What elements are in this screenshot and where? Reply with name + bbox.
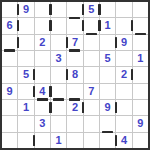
cell-r4c2[interactable] [18, 51, 33, 66]
cell-r7c3[interactable] [35, 100, 50, 115]
cell-r5c5[interactable]: 8 [67, 67, 82, 82]
cell-r7c6[interactable] [84, 100, 99, 115]
cell-r5c9[interactable] [133, 67, 148, 82]
cell-r6c7[interactable] [100, 84, 115, 99]
cell-r8c4[interactable] [51, 116, 66, 131]
sudoku-board: 95612793515829471293914 [0, 0, 150, 150]
cell-r1c4[interactable] [51, 2, 66, 17]
cell-r4c1[interactable] [2, 51, 17, 66]
cell-r4c6[interactable] [84, 51, 99, 66]
cell-r4c5[interactable] [67, 51, 82, 66]
cell-r5c2[interactable]: 5 [18, 67, 33, 82]
cell-r2c1[interactable]: 6 [2, 18, 17, 33]
cell-r6c5[interactable] [67, 84, 82, 99]
cell-r3c1[interactable] [2, 35, 17, 50]
cell-r8c9[interactable]: 9 [133, 116, 148, 131]
cell-r4c8[interactable] [116, 51, 131, 66]
cell-r6c4[interactable] [51, 84, 66, 99]
cell-r6c6[interactable]: 7 [84, 84, 99, 99]
cell-r5c8[interactable]: 2 [116, 67, 131, 82]
cell-r5c7[interactable] [100, 67, 115, 82]
cell-r4c9[interactable]: 1 [133, 51, 148, 66]
cell-r1c6[interactable]: 5 [84, 2, 99, 17]
cell-r9c4[interactable]: 1 [51, 133, 66, 148]
cell-r2c4[interactable] [51, 18, 66, 33]
cell-r7c9[interactable] [133, 100, 148, 115]
cell-r9c5[interactable] [67, 133, 82, 148]
cell-r9c3[interactable] [35, 133, 50, 148]
cell-r3c3[interactable]: 2 [35, 35, 50, 50]
cell-r8c8[interactable] [116, 116, 131, 131]
cell-r2c3[interactable] [35, 18, 50, 33]
cell-r1c1[interactable] [2, 2, 17, 17]
cell-r9c2[interactable] [18, 133, 33, 148]
cell-r1c2[interactable]: 9 [18, 2, 33, 17]
cell-r8c1[interactable] [2, 116, 17, 131]
cell-r9c8[interactable]: 4 [116, 133, 131, 148]
cell-r5c1[interactable] [2, 67, 17, 82]
cell-r2c8[interactable] [116, 18, 131, 33]
cell-r3c9[interactable] [133, 35, 148, 50]
cell-r3c4[interactable] [51, 35, 66, 50]
cell-r1c5[interactable] [67, 2, 82, 17]
cell-r2c5[interactable] [67, 18, 82, 33]
cell-r1c8[interactable] [116, 2, 131, 17]
cell-r7c2[interactable]: 1 [18, 100, 33, 115]
cell-r8c2[interactable] [18, 116, 33, 131]
cell-r4c4[interactable]: 3 [51, 51, 66, 66]
cell-r7c4[interactable] [51, 100, 66, 115]
cell-r3c6[interactable] [84, 35, 99, 50]
cell-r5c6[interactable] [84, 67, 99, 82]
cell-r6c1[interactable]: 9 [2, 84, 17, 99]
cell-r4c7[interactable]: 5 [100, 51, 115, 66]
cell-r1c9[interactable] [133, 2, 148, 17]
cell-r8c7[interactable] [100, 116, 115, 131]
cell-r3c2[interactable] [18, 35, 33, 50]
cell-r5c4[interactable] [51, 67, 66, 82]
cell-r9c7[interactable] [100, 133, 115, 148]
cell-r8c5[interactable] [67, 116, 82, 131]
cell-r8c3[interactable]: 3 [35, 116, 50, 131]
cell-r9c6[interactable] [84, 133, 99, 148]
cell-r3c8[interactable]: 9 [116, 35, 131, 50]
cell-r1c3[interactable] [35, 2, 50, 17]
cell-r5c3[interactable] [35, 67, 50, 82]
cell-r7c8[interactable] [116, 100, 131, 115]
cell-r2c6[interactable] [84, 18, 99, 33]
cell-r1c7[interactable] [100, 2, 115, 17]
cell-r6c2[interactable] [18, 84, 33, 99]
cell-r6c3[interactable]: 4 [35, 84, 50, 99]
cell-r9c1[interactable] [2, 133, 17, 148]
cell-r7c1[interactable] [2, 100, 17, 115]
cell-r7c5[interactable]: 2 [67, 100, 82, 115]
cell-r2c9[interactable] [133, 18, 148, 33]
cell-r4c3[interactable] [35, 51, 50, 66]
cell-r8c6[interactable] [84, 116, 99, 131]
cell-r7c7[interactable]: 9 [100, 100, 115, 115]
cell-r2c7[interactable]: 1 [100, 18, 115, 33]
cell-r2c2[interactable] [18, 18, 33, 33]
cell-r3c5[interactable]: 7 [67, 35, 82, 50]
cell-r6c9[interactable] [133, 84, 148, 99]
cell-r6c8[interactable] [116, 84, 131, 99]
cell-r3c7[interactable] [100, 35, 115, 50]
cell-r9c9[interactable] [133, 133, 148, 148]
